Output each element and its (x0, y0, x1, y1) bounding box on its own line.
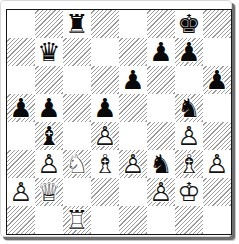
square-b2: ♛♕ (35, 178, 63, 206)
piece-white-knight: ♞♘ (63, 150, 91, 178)
piece-black-pawn: ♟ (119, 66, 147, 94)
square-e5 (119, 94, 147, 122)
square-h1 (203, 206, 231, 234)
piece-white-queen: ♛♕ (35, 178, 63, 206)
piece-black-pawn: ♟ (91, 94, 119, 122)
piece-black-rook: ♜ (63, 10, 91, 38)
square-f8 (147, 10, 175, 38)
piece-black-pawn: ♟ (7, 94, 35, 122)
square-g6 (175, 66, 203, 94)
piece-white-king: ♚♔ (175, 178, 203, 206)
square-g3: ♝♗ (175, 150, 203, 178)
square-d8 (91, 10, 119, 38)
piece-black-pawn: ♟ (175, 38, 203, 66)
piece-white-bishop: ♝♗ (91, 150, 119, 178)
square-a2: ♟♙ (7, 178, 35, 206)
square-d2 (91, 178, 119, 206)
square-h2 (203, 178, 231, 206)
square-a1 (7, 206, 35, 234)
square-c8: ♜ (63, 10, 91, 38)
square-h7 (203, 38, 231, 66)
piece-black-pawn: ♟ (147, 38, 175, 66)
square-b4: ♝ (35, 122, 63, 150)
square-d5: ♟ (91, 94, 119, 122)
square-h4 (203, 122, 231, 150)
square-d3: ♝♗ (91, 150, 119, 178)
square-g8: ♚ (175, 10, 203, 38)
piece-black-bishop: ♝ (35, 122, 63, 150)
square-e4 (119, 122, 147, 150)
square-e1 (119, 206, 147, 234)
square-f2: ♟♙ (147, 178, 175, 206)
square-h5 (203, 94, 231, 122)
square-c4 (63, 122, 91, 150)
square-c7 (63, 38, 91, 66)
square-h3: ♟♙ (203, 150, 231, 178)
square-b3: ♟♙ (35, 150, 63, 178)
square-d4: ♟♙ (91, 122, 119, 150)
square-h8 (203, 10, 231, 38)
square-b1 (35, 206, 63, 234)
chess-board: ♜♚♛♟♟♟♟♟♟♟♞♝♟♙♟♙♟♙♞♘♝♗♟♙♞♝♗♟♙♟♙♛♕♟♙♚♔♜♖ (6, 9, 232, 235)
square-c6 (63, 66, 91, 94)
square-c1: ♜♖ (63, 206, 91, 234)
square-f4 (147, 122, 175, 150)
square-g1 (175, 206, 203, 234)
square-e7 (119, 38, 147, 66)
square-b5: ♟ (35, 94, 63, 122)
screenshot-stage: ♜♚♛♟♟♟♟♟♟♟♞♝♟♙♟♙♟♙♞♘♝♗♟♙♞♝♗♟♙♟♙♛♕♟♙♚♔♜♖ (0, 0, 239, 244)
square-a7 (7, 38, 35, 66)
piece-white-pawn: ♟♙ (91, 122, 119, 150)
square-g5: ♞ (175, 94, 203, 122)
square-c2 (63, 178, 91, 206)
piece-white-rook: ♜♖ (63, 206, 91, 234)
square-b7: ♛ (35, 38, 63, 66)
square-d6 (91, 66, 119, 94)
square-b6 (35, 66, 63, 94)
square-f6 (147, 66, 175, 94)
square-f3: ♞ (147, 150, 175, 178)
square-a3 (7, 150, 35, 178)
piece-white-bishop: ♝♗ (175, 150, 203, 178)
square-g2: ♚♔ (175, 178, 203, 206)
piece-black-queen: ♛ (35, 38, 63, 66)
square-e6: ♟ (119, 66, 147, 94)
piece-white-pawn: ♟♙ (35, 150, 63, 178)
square-e2 (119, 178, 147, 206)
square-a4 (7, 122, 35, 150)
square-f7: ♟ (147, 38, 175, 66)
square-a5: ♟ (7, 94, 35, 122)
square-g4: ♟♙ (175, 122, 203, 150)
piece-black-king: ♚ (175, 10, 203, 38)
square-h6: ♟ (203, 66, 231, 94)
piece-black-knight: ♞ (175, 94, 203, 122)
piece-white-pawn: ♟♙ (203, 150, 231, 178)
square-c3: ♞♘ (63, 150, 91, 178)
square-f1 (147, 206, 175, 234)
piece-white-pawn: ♟♙ (147, 178, 175, 206)
square-a8 (7, 10, 35, 38)
piece-black-knight: ♞ (147, 150, 175, 178)
square-d1 (91, 206, 119, 234)
square-c5 (63, 94, 91, 122)
square-d7 (91, 38, 119, 66)
square-a6 (7, 66, 35, 94)
square-e3: ♟♙ (119, 150, 147, 178)
square-b8 (35, 10, 63, 38)
piece-black-pawn: ♟ (203, 66, 231, 94)
piece-white-pawn: ♟♙ (119, 150, 147, 178)
square-f5 (147, 94, 175, 122)
square-e8 (119, 10, 147, 38)
square-g7: ♟ (175, 38, 203, 66)
piece-white-pawn: ♟♙ (7, 178, 35, 206)
piece-black-pawn: ♟ (35, 94, 63, 122)
piece-white-pawn: ♟♙ (175, 122, 203, 150)
